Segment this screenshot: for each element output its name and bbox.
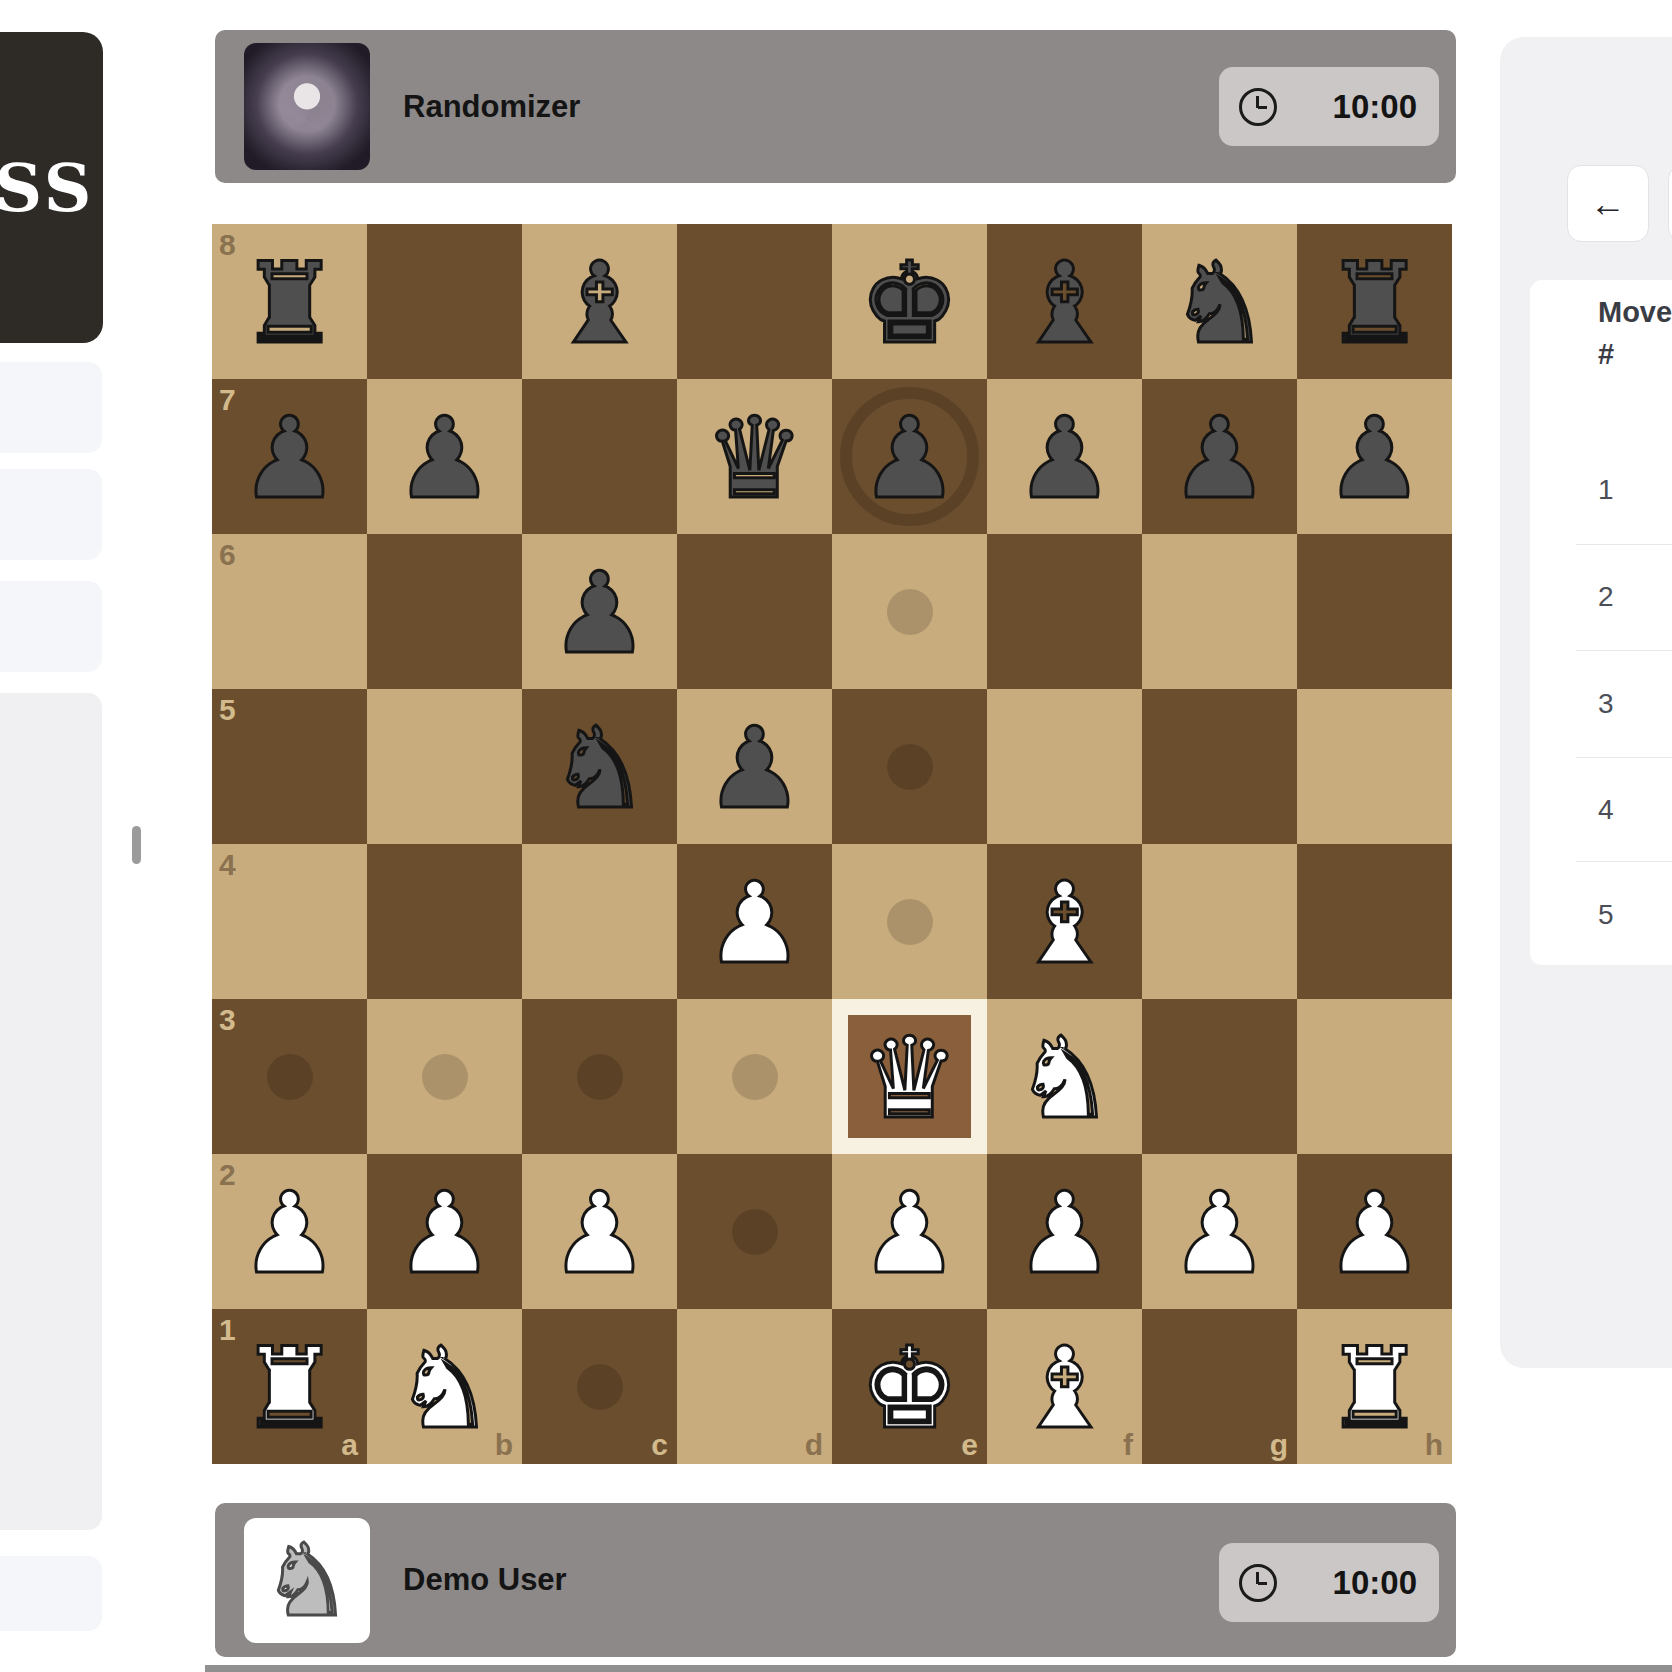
file-label-c: c [651,1428,668,1462]
file-label-h: h [1425,1428,1443,1462]
square-b3[interactable] [367,999,522,1154]
square-h6[interactable] [1297,534,1452,689]
square-a8[interactable]: 8♜ [212,224,367,379]
square-f4[interactable]: ♝ [987,844,1142,999]
square-c5[interactable]: ♞ [522,689,677,844]
square-c1[interactable]: c [522,1309,677,1464]
square-e8[interactable]: ♚ [832,224,987,379]
sidebar-section [0,693,102,1530]
opponent-clock: 10:00 [1219,67,1439,146]
piece-black-bishop[interactable]: ♝ [987,224,1142,379]
back-button[interactable]: ← [1567,165,1649,242]
clock-icon [1239,1564,1277,1602]
move-hint-dot [732,1054,778,1100]
piece-black-pawn[interactable]: ♟ [1142,379,1297,534]
sidebar-item-1[interactable] [0,362,102,453]
file-label-d: d [805,1428,823,1462]
rank-label-4: 4 [219,848,236,882]
square-f6[interactable] [987,534,1142,689]
square-f8[interactable]: ♝ [987,224,1142,379]
chess-board: 8♜♝♚♝♞♜7♟♟♛♟♟♟♟6♟5♞♟4♟♝3♛♞2♟♟♟♟♟♟♟1a♜b♞c… [212,224,1452,1464]
square-e1[interactable]: e♚ [832,1309,987,1464]
square-a6[interactable]: 6 [212,534,367,689]
move-number: 2 [1598,581,1614,613]
sidebar-item-4[interactable] [0,1556,102,1631]
piece-white-queen[interactable]: ♛ [832,999,987,1154]
square-g2[interactable]: ♟ [1142,1154,1297,1309]
move-number: 4 [1598,794,1614,826]
square-d8[interactable] [677,224,832,379]
back-arrow-icon: ← [1590,183,1626,225]
move-hint-dot [577,1054,623,1100]
piece-white-pawn[interactable]: ♟ [1297,1154,1452,1309]
square-b1[interactable]: b♞ [367,1309,522,1464]
square-c7[interactable] [522,379,677,534]
square-d1[interactable]: d [677,1309,832,1464]
opponent-avatar [244,43,370,170]
square-b8[interactable] [367,224,522,379]
app-logo-text: SS [0,149,94,227]
rank-label-7: 7 [219,383,236,417]
square-h1[interactable]: h♜ [1297,1309,1452,1464]
square-c4[interactable] [522,844,677,999]
piece-black-pawn[interactable]: ♟ [677,689,832,844]
square-e5[interactable] [832,689,987,844]
rank-label-2: 2 [219,1158,236,1192]
move-list: Move # 1 2 3 4 5 [1530,280,1672,965]
piece-black-knight[interactable]: ♞ [1142,224,1297,379]
piece-black-pawn[interactable]: ♟ [367,379,522,534]
move-panel: ← Move # 1 2 3 4 5 [1500,37,1672,1368]
square-c6[interactable]: ♟ [522,534,677,689]
square-h4[interactable] [1297,844,1452,999]
square-e4[interactable] [832,844,987,999]
opponent-clock-time: 10:00 [1333,88,1417,126]
square-e2[interactable]: ♟ [832,1154,987,1309]
move-hint-dot [422,1054,468,1100]
square-b7[interactable]: ♟ [367,379,522,534]
square-d6[interactable] [677,534,832,689]
player-clock: 10:00 [1219,1543,1439,1622]
square-a5[interactable]: 5 [212,689,367,844]
square-a1[interactable]: 1a♜ [212,1309,367,1464]
piece-black-rook[interactable]: ♜ [1297,224,1452,379]
piece-black-knight[interactable]: ♞ [522,689,677,844]
file-label-a: a [341,1428,358,1462]
piece-black-pawn[interactable]: ♟ [987,379,1142,534]
piece-white-pawn[interactable]: ♟ [522,1154,677,1309]
square-d5[interactable]: ♟ [677,689,832,844]
file-label-g: g [1270,1428,1288,1462]
piece-black-pawn[interactable]: ♟ [832,379,987,534]
square-c3[interactable] [522,999,677,1154]
row-divider [1576,544,1672,545]
app-logo: SS [0,32,103,343]
sidebar-item-2[interactable] [0,469,102,560]
square-e6[interactable] [832,534,987,689]
square-f7[interactable]: ♟ [987,379,1142,534]
move-hint-dot [887,589,933,635]
square-h7[interactable]: ♟ [1297,379,1452,534]
square-g3[interactable] [1142,999,1297,1154]
square-d7[interactable]: ♛ [677,379,832,534]
square-g7[interactable]: ♟ [1142,379,1297,534]
square-f5[interactable] [987,689,1142,844]
move-number: 1 [1598,474,1614,506]
file-label-f: f [1123,1428,1133,1462]
move-list-header-hash: # [1598,338,1614,371]
square-b5[interactable] [367,689,522,844]
rank-label-1: 1 [219,1313,236,1347]
piece-black-pawn[interactable]: ♟ [522,534,677,689]
square-d2[interactable] [677,1154,832,1309]
move-hint-dot [732,1209,778,1255]
piece-white-pawn[interactable]: ♟ [1142,1154,1297,1309]
square-c8[interactable]: ♝ [522,224,677,379]
square-f2[interactable]: ♟ [987,1154,1142,1309]
piece-white-pawn[interactable]: ♟ [832,1154,987,1309]
piece-white-bishop[interactable]: ♝ [987,844,1142,999]
rank-label-6: 6 [219,538,236,572]
square-f3[interactable]: ♞ [987,999,1142,1154]
move-hint-dot [887,899,933,945]
square-e7[interactable]: ♟ [832,379,987,534]
square-f1[interactable]: f♝ [987,1309,1142,1464]
square-g4[interactable] [1142,844,1297,999]
row-divider [1576,650,1672,651]
rank-label-5: 5 [219,693,236,727]
sidebar-item-3[interactable] [0,581,102,672]
file-label-e: e [961,1428,978,1462]
square-d3[interactable] [677,999,832,1154]
piece-black-queen[interactable]: ♛ [677,379,832,534]
rank-label-3: 3 [219,1003,236,1037]
row-divider [1576,757,1672,758]
square-a3[interactable]: 3 [212,999,367,1154]
player-avatar: ♞ [244,1518,370,1643]
piece-white-pawn[interactable]: ♟ [987,1154,1142,1309]
piece-white-pawn[interactable]: ♟ [367,1154,522,1309]
file-label-b: b [495,1428,513,1462]
square-h8[interactable]: ♜ [1297,224,1452,379]
square-g1[interactable]: g [1142,1309,1297,1464]
piece-black-bishop[interactable]: ♝ [522,224,677,379]
row-divider [1576,861,1672,862]
square-e3[interactable]: ♛ [832,999,987,1154]
move-hint-dot [267,1054,313,1100]
forward-button-clipped[interactable] [1668,165,1672,242]
square-h5[interactable] [1297,689,1452,844]
player-name: Demo User [403,1503,567,1657]
move-hint-dot [577,1364,623,1410]
square-c2[interactable]: ♟ [522,1154,677,1309]
piece-white-knight[interactable]: ♞ [987,999,1142,1154]
square-b6[interactable] [367,534,522,689]
square-a7[interactable]: 7♟ [212,379,367,534]
player-clock-time: 10:00 [1333,1564,1417,1602]
square-d4[interactable]: ♟ [677,844,832,999]
move-number: 5 [1598,899,1614,931]
rank-label-8: 8 [219,228,236,262]
piece-white-bishop[interactable]: ♝ [987,1309,1142,1464]
player-bar: ♞ Demo User 10:00 [215,1503,1456,1657]
piece-white-pawn[interactable]: ♟ [677,844,832,999]
opponent-bar: Randomizer 10:00 [215,30,1456,183]
knight-avatar-icon: ♞ [262,1531,352,1631]
clock-icon [1239,88,1277,126]
bottom-divider [205,1665,1672,1672]
square-a2[interactable]: 2♟ [212,1154,367,1309]
piece-black-pawn[interactable]: ♟ [1297,379,1452,534]
move-hint-dot [887,744,933,790]
square-g8[interactable]: ♞ [1142,224,1297,379]
move-number: 3 [1598,688,1614,720]
square-h2[interactable]: ♟ [1297,1154,1452,1309]
square-b4[interactable] [367,844,522,999]
move-list-header: Move [1598,296,1672,329]
opponent-name: Randomizer [403,30,580,183]
square-h3[interactable] [1297,999,1452,1154]
piece-black-king[interactable]: ♚ [832,224,987,379]
square-g6[interactable] [1142,534,1297,689]
scrollbar-thumb[interactable] [132,826,141,864]
square-a4[interactable]: 4 [212,844,367,999]
square-g5[interactable] [1142,689,1297,844]
square-b2[interactable]: ♟ [367,1154,522,1309]
